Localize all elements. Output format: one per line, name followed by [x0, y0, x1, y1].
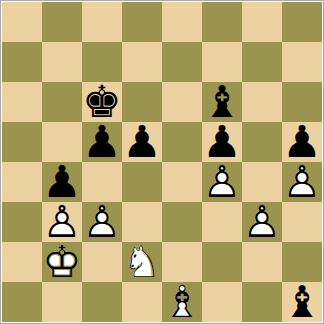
- square-a3[interactable]: [2, 202, 42, 242]
- piece-white-pawn[interactable]: ♟♙: [282, 162, 322, 202]
- white-pawn-outline-icon: ♙: [242, 202, 281, 242]
- square-a1[interactable]: [2, 282, 42, 322]
- square-d8[interactable]: [122, 2, 162, 42]
- white-king-outline-icon: ♔: [42, 242, 81, 282]
- black-bishop-icon: ♝: [282, 282, 321, 322]
- square-f1[interactable]: [202, 282, 242, 322]
- piece-white-knight[interactable]: ♞♘: [122, 242, 162, 282]
- square-d5[interactable]: ♟: [122, 122, 162, 162]
- black-pawn-icon: ♟: [82, 122, 121, 162]
- square-h8[interactable]: [282, 2, 322, 42]
- square-e6[interactable]: [162, 82, 202, 122]
- piece-white-king[interactable]: ♚♔: [42, 242, 82, 282]
- square-g3[interactable]: ♟♙: [242, 202, 282, 242]
- piece-black-bishop[interactable]: ♝: [282, 282, 322, 322]
- square-b1[interactable]: [42, 282, 82, 322]
- white-bishop-outline-icon: ♗: [162, 282, 201, 322]
- piece-black-pawn[interactable]: ♟: [82, 122, 122, 162]
- square-f8[interactable]: [202, 2, 242, 42]
- board-frame: ♚♝♟♟♟♟♟♟♙♟♙♟♙♟♙♟♙♚♔♞♘♝♗♝: [0, 0, 324, 324]
- square-e1[interactable]: ♝♗: [162, 282, 202, 322]
- square-a7[interactable]: [2, 42, 42, 82]
- square-e7[interactable]: [162, 42, 202, 82]
- piece-black-pawn[interactable]: ♟: [122, 122, 162, 162]
- square-f3[interactable]: [202, 202, 242, 242]
- square-c3[interactable]: ♟♙: [82, 202, 122, 242]
- square-d4[interactable]: [122, 162, 162, 202]
- square-d1[interactable]: [122, 282, 162, 322]
- white-pawn-outline-icon: ♙: [202, 162, 241, 202]
- square-g1[interactable]: [242, 282, 282, 322]
- square-f4[interactable]: ♟♙: [202, 162, 242, 202]
- square-a2[interactable]: [2, 242, 42, 282]
- square-c8[interactable]: [82, 2, 122, 42]
- square-d2[interactable]: ♞♘: [122, 242, 162, 282]
- square-h4[interactable]: ♟♙: [282, 162, 322, 202]
- square-b6[interactable]: [42, 82, 82, 122]
- square-h3[interactable]: [282, 202, 322, 242]
- black-pawn-icon: ♟: [122, 122, 161, 162]
- chess-board: ♚♝♟♟♟♟♟♟♙♟♙♟♙♟♙♟♙♚♔♞♘♝♗♝: [2, 2, 322, 322]
- piece-white-pawn[interactable]: ♟♙: [82, 202, 122, 242]
- square-c5[interactable]: ♟: [82, 122, 122, 162]
- square-a5[interactable]: [2, 122, 42, 162]
- square-e4[interactable]: [162, 162, 202, 202]
- square-g2[interactable]: [242, 242, 282, 282]
- piece-white-pawn[interactable]: ♟♙: [202, 162, 242, 202]
- square-c2[interactable]: [82, 242, 122, 282]
- square-f2[interactable]: [202, 242, 242, 282]
- square-c1[interactable]: [82, 282, 122, 322]
- square-e8[interactable]: [162, 2, 202, 42]
- square-a8[interactable]: [2, 2, 42, 42]
- square-b2[interactable]: ♚♔: [42, 242, 82, 282]
- square-g5[interactable]: [242, 122, 282, 162]
- square-e5[interactable]: [162, 122, 202, 162]
- white-pawn-outline-icon: ♙: [82, 202, 121, 242]
- square-b8[interactable]: [42, 2, 82, 42]
- square-e3[interactable]: [162, 202, 202, 242]
- square-h7[interactable]: [282, 42, 322, 82]
- square-h1[interactable]: ♝: [282, 282, 322, 322]
- square-b7[interactable]: [42, 42, 82, 82]
- piece-white-pawn[interactable]: ♟♙: [242, 202, 282, 242]
- piece-white-bishop[interactable]: ♝♗: [162, 282, 202, 322]
- square-g7[interactable]: [242, 42, 282, 82]
- white-knight-outline-icon: ♘: [122, 242, 161, 282]
- square-g8[interactable]: [242, 2, 282, 42]
- square-g6[interactable]: [242, 82, 282, 122]
- square-d7[interactable]: [122, 42, 162, 82]
- white-pawn-outline-icon: ♙: [282, 162, 321, 202]
- square-a6[interactable]: [2, 82, 42, 122]
- square-a4[interactable]: [2, 162, 42, 202]
